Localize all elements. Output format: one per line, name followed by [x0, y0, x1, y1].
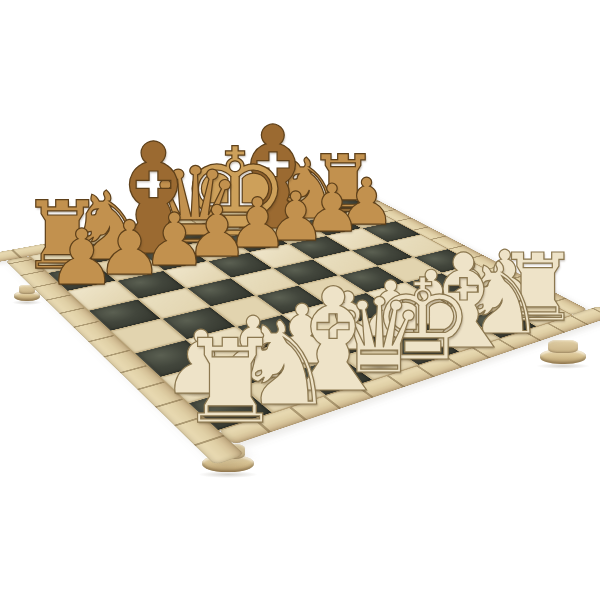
chess-set-photo: Product photo of an antique Greek mythol…	[0, 0, 600, 600]
chess-board	[0, 187, 600, 454]
board-foot-right	[540, 340, 586, 364]
